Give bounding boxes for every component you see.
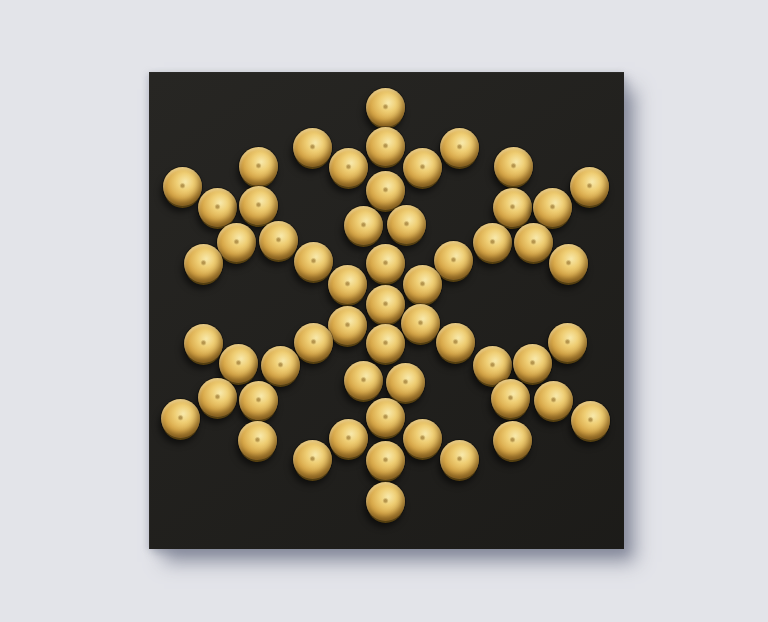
peg-52[interactable] <box>403 419 442 458</box>
peg-10[interactable] <box>366 171 405 210</box>
peg-8[interactable] <box>494 147 533 186</box>
peg-29[interactable] <box>366 285 405 324</box>
peg-44[interactable] <box>239 381 278 420</box>
peg-15[interactable] <box>533 188 572 227</box>
peg-11[interactable] <box>570 167 609 206</box>
peg-33[interactable] <box>294 323 333 362</box>
peg-16[interactable] <box>344 206 383 245</box>
peg-43[interactable] <box>198 378 237 417</box>
peg-50[interactable] <box>238 421 277 460</box>
peg-45[interactable] <box>491 379 530 418</box>
peg-layer <box>0 0 768 622</box>
peg-22[interactable] <box>184 244 223 283</box>
photo-background <box>0 0 768 622</box>
peg-34[interactable] <box>366 324 405 363</box>
peg-7[interactable] <box>403 148 442 187</box>
peg-18[interactable] <box>217 223 256 262</box>
peg-24[interactable] <box>366 244 405 283</box>
peg-21[interactable] <box>514 223 553 262</box>
peg-2[interactable] <box>293 128 332 167</box>
peg-12[interactable] <box>198 188 237 227</box>
peg-26[interactable] <box>549 244 588 283</box>
peg-46[interactable] <box>534 381 573 420</box>
peg-37[interactable] <box>219 344 258 383</box>
peg-42[interactable] <box>386 363 425 402</box>
peg-51[interactable] <box>329 419 368 458</box>
peg-40[interactable] <box>513 344 552 383</box>
peg-3[interactable] <box>366 127 405 166</box>
peg-30[interactable] <box>328 306 367 345</box>
peg-48[interactable] <box>366 398 405 437</box>
peg-56[interactable] <box>440 440 479 479</box>
peg-35[interactable] <box>436 323 475 362</box>
peg-13[interactable] <box>239 186 278 225</box>
peg-49[interactable] <box>571 401 610 440</box>
peg-17[interactable] <box>387 205 426 244</box>
peg-36[interactable] <box>548 323 587 362</box>
peg-53[interactable] <box>493 421 532 460</box>
peg-23[interactable] <box>294 242 333 281</box>
peg-57[interactable] <box>366 482 405 521</box>
peg-27[interactable] <box>328 265 367 304</box>
peg-54[interactable] <box>293 440 332 479</box>
peg-19[interactable] <box>259 221 298 260</box>
peg-28[interactable] <box>403 265 442 304</box>
peg-31[interactable] <box>401 304 440 343</box>
peg-20[interactable] <box>473 223 512 262</box>
peg-55[interactable] <box>366 441 405 480</box>
peg-32[interactable] <box>184 324 223 363</box>
peg-14[interactable] <box>493 188 532 227</box>
peg-9[interactable] <box>163 167 202 206</box>
peg-25[interactable] <box>434 241 473 280</box>
peg-41[interactable] <box>344 361 383 400</box>
peg-1[interactable] <box>366 88 405 127</box>
peg-38[interactable] <box>261 346 300 385</box>
peg-47[interactable] <box>161 399 200 438</box>
peg-4[interactable] <box>440 128 479 167</box>
peg-5[interactable] <box>239 147 278 186</box>
peg-6[interactable] <box>329 148 368 187</box>
